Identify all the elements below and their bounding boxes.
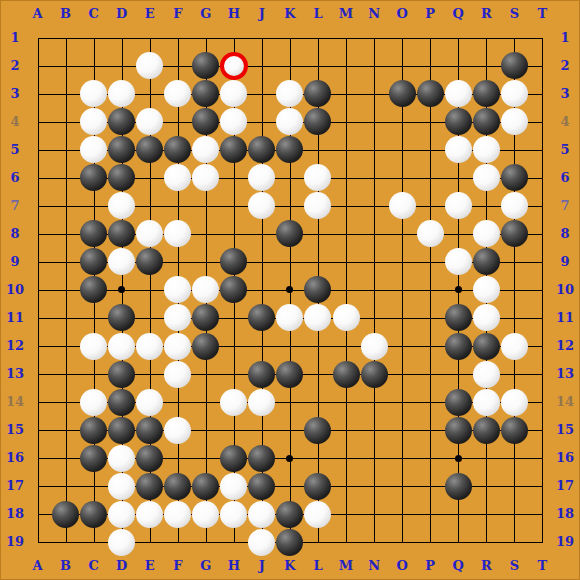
intersection-J7[interactable] — [248, 192, 276, 220]
intersection-H19[interactable] — [220, 528, 248, 556]
intersection-A19[interactable] — [23, 528, 51, 556]
intersection-T7[interactable] — [528, 192, 556, 220]
intersection-F1[interactable] — [164, 23, 192, 51]
intersection-N12[interactable] — [360, 332, 388, 360]
intersection-S8[interactable] — [500, 220, 528, 248]
intersection-M10[interactable] — [332, 276, 360, 304]
intersection-O1[interactable] — [388, 23, 416, 51]
intersection-T15[interactable] — [528, 416, 556, 444]
intersection-G9[interactable] — [192, 248, 220, 276]
intersection-E1[interactable] — [136, 23, 164, 51]
intersection-A8[interactable] — [23, 220, 51, 248]
intersection-N9[interactable] — [360, 248, 388, 276]
intersection-G8[interactable] — [192, 220, 220, 248]
intersection-G15[interactable] — [192, 416, 220, 444]
intersection-D16[interactable] — [108, 444, 136, 472]
intersection-S3[interactable] — [500, 80, 528, 108]
intersection-K2[interactable] — [276, 52, 304, 80]
intersection-C6[interactable] — [80, 164, 108, 192]
intersection-S11[interactable] — [500, 304, 528, 332]
intersection-B17[interactable] — [52, 472, 80, 500]
intersection-J3[interactable] — [248, 80, 276, 108]
intersection-S6[interactable] — [500, 164, 528, 192]
intersection-T12[interactable] — [528, 332, 556, 360]
intersection-Q10[interactable] — [444, 276, 472, 304]
intersection-L6[interactable] — [304, 164, 332, 192]
intersection-A14[interactable] — [23, 388, 51, 416]
intersection-Q2[interactable] — [444, 52, 472, 80]
intersection-J13[interactable] — [248, 360, 276, 388]
intersection-H18[interactable] — [220, 500, 248, 528]
intersection-B12[interactable] — [52, 332, 80, 360]
intersection-N5[interactable] — [360, 136, 388, 164]
intersection-R5[interactable] — [472, 136, 500, 164]
intersection-K6[interactable] — [276, 164, 304, 192]
intersection-R19[interactable] — [472, 528, 500, 556]
intersection-T18[interactable] — [528, 500, 556, 528]
intersection-K7[interactable] — [276, 192, 304, 220]
intersection-L18[interactable] — [304, 500, 332, 528]
intersection-R9[interactable] — [472, 248, 500, 276]
intersection-K16[interactable] — [276, 444, 304, 472]
intersection-F10[interactable] — [164, 276, 192, 304]
intersection-Q13[interactable] — [444, 360, 472, 388]
intersection-D10[interactable] — [108, 276, 136, 304]
intersection-A5[interactable] — [23, 136, 51, 164]
intersection-H2[interactable] — [220, 52, 248, 80]
intersection-O12[interactable] — [388, 332, 416, 360]
intersection-E6[interactable] — [136, 164, 164, 192]
intersection-D11[interactable] — [108, 304, 136, 332]
intersection-N4[interactable] — [360, 108, 388, 136]
intersection-K14[interactable] — [276, 388, 304, 416]
intersection-K12[interactable] — [276, 332, 304, 360]
intersection-L14[interactable] — [304, 388, 332, 416]
intersection-H8[interactable] — [220, 220, 248, 248]
intersection-G5[interactable] — [192, 136, 220, 164]
intersection-K19[interactable] — [276, 528, 304, 556]
intersection-M15[interactable] — [332, 416, 360, 444]
intersection-O16[interactable] — [388, 444, 416, 472]
intersection-C12[interactable] — [80, 332, 108, 360]
intersection-H4[interactable] — [220, 108, 248, 136]
intersection-C18[interactable] — [80, 500, 108, 528]
intersection-D17[interactable] — [108, 472, 136, 500]
intersection-D12[interactable] — [108, 332, 136, 360]
intersection-C10[interactable] — [80, 276, 108, 304]
intersection-T16[interactable] — [528, 444, 556, 472]
intersection-S9[interactable] — [500, 248, 528, 276]
intersection-N3[interactable] — [360, 80, 388, 108]
intersection-O3[interactable] — [388, 80, 416, 108]
intersection-D7[interactable] — [108, 192, 136, 220]
intersection-M8[interactable] — [332, 220, 360, 248]
intersection-S16[interactable] — [500, 444, 528, 472]
intersection-K1[interactable] — [276, 23, 304, 51]
intersection-S12[interactable] — [500, 332, 528, 360]
intersection-S18[interactable] — [500, 500, 528, 528]
intersection-C7[interactable] — [80, 192, 108, 220]
intersection-N6[interactable] — [360, 164, 388, 192]
intersection-T6[interactable] — [528, 164, 556, 192]
intersection-D2[interactable] — [108, 52, 136, 80]
intersection-J15[interactable] — [248, 416, 276, 444]
intersection-P15[interactable] — [416, 416, 444, 444]
intersection-O7[interactable] — [388, 192, 416, 220]
intersection-K8[interactable] — [276, 220, 304, 248]
intersection-D18[interactable] — [108, 500, 136, 528]
intersection-O6[interactable] — [388, 164, 416, 192]
intersection-T8[interactable] — [528, 220, 556, 248]
intersection-A16[interactable] — [23, 444, 51, 472]
intersection-T1[interactable] — [528, 23, 556, 51]
intersection-L16[interactable] — [304, 444, 332, 472]
intersection-M14[interactable] — [332, 388, 360, 416]
intersection-M1[interactable] — [332, 23, 360, 51]
intersection-J17[interactable] — [248, 472, 276, 500]
intersection-E17[interactable] — [136, 472, 164, 500]
intersection-R6[interactable] — [472, 164, 500, 192]
intersection-G2[interactable] — [192, 52, 220, 80]
intersection-J18[interactable] — [248, 500, 276, 528]
intersection-K9[interactable] — [276, 248, 304, 276]
intersection-R17[interactable] — [472, 472, 500, 500]
intersection-T5[interactable] — [528, 136, 556, 164]
intersection-A10[interactable] — [23, 276, 51, 304]
intersection-S14[interactable] — [500, 388, 528, 416]
intersection-F6[interactable] — [164, 164, 192, 192]
intersection-P1[interactable] — [416, 23, 444, 51]
intersection-H16[interactable] — [220, 444, 248, 472]
intersection-L11[interactable] — [304, 304, 332, 332]
intersection-M7[interactable] — [332, 192, 360, 220]
intersection-Q12[interactable] — [444, 332, 472, 360]
intersection-H1[interactable] — [220, 23, 248, 51]
intersection-B11[interactable] — [52, 304, 80, 332]
intersection-M11[interactable] — [332, 304, 360, 332]
intersection-O10[interactable] — [388, 276, 416, 304]
intersection-S1[interactable] — [500, 23, 528, 51]
intersection-J8[interactable] — [248, 220, 276, 248]
intersection-Q18[interactable] — [444, 500, 472, 528]
intersection-A18[interactable] — [23, 500, 51, 528]
intersection-P12[interactable] — [416, 332, 444, 360]
intersection-P5[interactable] — [416, 136, 444, 164]
intersection-L4[interactable] — [304, 108, 332, 136]
intersection-M5[interactable] — [332, 136, 360, 164]
intersection-C14[interactable] — [80, 388, 108, 416]
intersection-F11[interactable] — [164, 304, 192, 332]
intersection-F16[interactable] — [164, 444, 192, 472]
intersection-O15[interactable] — [388, 416, 416, 444]
intersection-F3[interactable] — [164, 80, 192, 108]
intersection-H11[interactable] — [220, 304, 248, 332]
intersection-M2[interactable] — [332, 52, 360, 80]
intersection-B14[interactable] — [52, 388, 80, 416]
intersection-E15[interactable] — [136, 416, 164, 444]
intersection-R4[interactable] — [472, 108, 500, 136]
intersection-T10[interactable] — [528, 276, 556, 304]
intersection-T2[interactable] — [528, 52, 556, 80]
intersection-R16[interactable] — [472, 444, 500, 472]
intersection-D13[interactable] — [108, 360, 136, 388]
intersection-G11[interactable] — [192, 304, 220, 332]
intersection-J4[interactable] — [248, 108, 276, 136]
intersection-K4[interactable] — [276, 108, 304, 136]
intersection-F13[interactable] — [164, 360, 192, 388]
intersection-C9[interactable] — [80, 248, 108, 276]
intersection-C11[interactable] — [80, 304, 108, 332]
intersection-B4[interactable] — [52, 108, 80, 136]
intersection-N14[interactable] — [360, 388, 388, 416]
intersection-T13[interactable] — [528, 360, 556, 388]
intersection-F14[interactable] — [164, 388, 192, 416]
intersection-R11[interactable] — [472, 304, 500, 332]
intersection-R10[interactable] — [472, 276, 500, 304]
intersection-M13[interactable] — [332, 360, 360, 388]
intersection-F17[interactable] — [164, 472, 192, 500]
intersection-H13[interactable] — [220, 360, 248, 388]
intersection-S10[interactable] — [500, 276, 528, 304]
intersection-J9[interactable] — [248, 248, 276, 276]
intersection-E19[interactable] — [136, 528, 164, 556]
intersection-B1[interactable] — [52, 23, 80, 51]
intersection-A4[interactable] — [23, 108, 51, 136]
intersection-H15[interactable] — [220, 416, 248, 444]
intersection-L8[interactable] — [304, 220, 332, 248]
intersection-T4[interactable] — [528, 108, 556, 136]
intersection-E13[interactable] — [136, 360, 164, 388]
intersection-R18[interactable] — [472, 500, 500, 528]
intersection-J1[interactable] — [248, 23, 276, 51]
intersection-C13[interactable] — [80, 360, 108, 388]
intersection-H17[interactable] — [220, 472, 248, 500]
intersection-E16[interactable] — [136, 444, 164, 472]
intersection-J2[interactable] — [248, 52, 276, 80]
intersection-O18[interactable] — [388, 500, 416, 528]
intersection-M4[interactable] — [332, 108, 360, 136]
intersection-Q9[interactable] — [444, 248, 472, 276]
intersection-G1[interactable] — [192, 23, 220, 51]
intersection-S15[interactable] — [500, 416, 528, 444]
intersection-F19[interactable] — [164, 528, 192, 556]
intersection-B10[interactable] — [52, 276, 80, 304]
intersection-R7[interactable] — [472, 192, 500, 220]
intersection-L15[interactable] — [304, 416, 332, 444]
intersection-D3[interactable] — [108, 80, 136, 108]
intersection-Q5[interactable] — [444, 136, 472, 164]
intersection-D15[interactable] — [108, 416, 136, 444]
intersection-N11[interactable] — [360, 304, 388, 332]
intersection-R3[interactable] — [472, 80, 500, 108]
intersection-C16[interactable] — [80, 444, 108, 472]
intersection-A9[interactable] — [23, 248, 51, 276]
intersection-F15[interactable] — [164, 416, 192, 444]
intersection-C4[interactable] — [80, 108, 108, 136]
intersection-C5[interactable] — [80, 136, 108, 164]
intersection-G19[interactable] — [192, 528, 220, 556]
intersection-H10[interactable] — [220, 276, 248, 304]
intersection-L17[interactable] — [304, 472, 332, 500]
intersection-D14[interactable] — [108, 388, 136, 416]
intersection-B13[interactable] — [52, 360, 80, 388]
intersection-D8[interactable] — [108, 220, 136, 248]
intersection-B5[interactable] — [52, 136, 80, 164]
intersection-R2[interactable] — [472, 52, 500, 80]
intersection-A1[interactable] — [23, 23, 51, 51]
intersection-A2[interactable] — [23, 52, 51, 80]
intersection-N10[interactable] — [360, 276, 388, 304]
intersection-F18[interactable] — [164, 500, 192, 528]
intersection-H3[interactable] — [220, 80, 248, 108]
intersection-F8[interactable] — [164, 220, 192, 248]
intersection-H5[interactable] — [220, 136, 248, 164]
intersection-D19[interactable] — [108, 528, 136, 556]
intersection-O14[interactable] — [388, 388, 416, 416]
intersection-L9[interactable] — [304, 248, 332, 276]
intersection-E14[interactable] — [136, 388, 164, 416]
intersection-C3[interactable] — [80, 80, 108, 108]
intersection-T19[interactable] — [528, 528, 556, 556]
intersection-L7[interactable] — [304, 192, 332, 220]
intersection-S7[interactable] — [500, 192, 528, 220]
intersection-E3[interactable] — [136, 80, 164, 108]
intersection-R1[interactable] — [472, 23, 500, 51]
intersection-P8[interactable] — [416, 220, 444, 248]
intersection-K18[interactable] — [276, 500, 304, 528]
intersection-T3[interactable] — [528, 80, 556, 108]
intersection-G13[interactable] — [192, 360, 220, 388]
intersection-A17[interactable] — [23, 472, 51, 500]
intersection-N18[interactable] — [360, 500, 388, 528]
intersection-A6[interactable] — [23, 164, 51, 192]
intersection-A7[interactable] — [23, 192, 51, 220]
intersection-O8[interactable] — [388, 220, 416, 248]
intersection-J12[interactable] — [248, 332, 276, 360]
intersection-K15[interactable] — [276, 416, 304, 444]
intersection-N1[interactable] — [360, 23, 388, 51]
intersection-Q8[interactable] — [444, 220, 472, 248]
intersection-L12[interactable] — [304, 332, 332, 360]
intersection-P16[interactable] — [416, 444, 444, 472]
intersection-G16[interactable] — [192, 444, 220, 472]
intersection-E5[interactable] — [136, 136, 164, 164]
intersection-S5[interactable] — [500, 136, 528, 164]
intersection-N7[interactable] — [360, 192, 388, 220]
intersection-A11[interactable] — [23, 304, 51, 332]
intersection-J11[interactable] — [248, 304, 276, 332]
intersection-P6[interactable] — [416, 164, 444, 192]
intersection-N13[interactable] — [360, 360, 388, 388]
intersection-Q15[interactable] — [444, 416, 472, 444]
intersection-G18[interactable] — [192, 500, 220, 528]
intersection-G17[interactable] — [192, 472, 220, 500]
intersection-N15[interactable] — [360, 416, 388, 444]
intersection-Q19[interactable] — [444, 528, 472, 556]
intersection-R14[interactable] — [472, 388, 500, 416]
intersection-L3[interactable] — [304, 80, 332, 108]
intersection-T14[interactable] — [528, 388, 556, 416]
intersection-K3[interactable] — [276, 80, 304, 108]
intersection-B18[interactable] — [52, 500, 80, 528]
intersection-D6[interactable] — [108, 164, 136, 192]
intersection-M3[interactable] — [332, 80, 360, 108]
intersection-O11[interactable] — [388, 304, 416, 332]
intersection-H9[interactable] — [220, 248, 248, 276]
intersection-Q11[interactable] — [444, 304, 472, 332]
intersection-B8[interactable] — [52, 220, 80, 248]
intersection-H6[interactable] — [220, 164, 248, 192]
intersection-D1[interactable] — [108, 23, 136, 51]
intersection-C8[interactable] — [80, 220, 108, 248]
intersection-L10[interactable] — [304, 276, 332, 304]
intersection-N16[interactable] — [360, 444, 388, 472]
intersection-L1[interactable] — [304, 23, 332, 51]
intersection-S13[interactable] — [500, 360, 528, 388]
intersection-G4[interactable] — [192, 108, 220, 136]
intersection-G3[interactable] — [192, 80, 220, 108]
intersection-R15[interactable] — [472, 416, 500, 444]
intersection-B3[interactable] — [52, 80, 80, 108]
intersection-J10[interactable] — [248, 276, 276, 304]
intersection-A15[interactable] — [23, 416, 51, 444]
intersection-P17[interactable] — [416, 472, 444, 500]
intersection-D9[interactable] — [108, 248, 136, 276]
intersection-R8[interactable] — [472, 220, 500, 248]
intersection-M17[interactable] — [332, 472, 360, 500]
intersection-R12[interactable] — [472, 332, 500, 360]
intersection-S19[interactable] — [500, 528, 528, 556]
intersection-Q3[interactable] — [444, 80, 472, 108]
intersection-L5[interactable] — [304, 136, 332, 164]
intersection-F2[interactable] — [164, 52, 192, 80]
intersection-Q4[interactable] — [444, 108, 472, 136]
intersection-P7[interactable] — [416, 192, 444, 220]
intersection-S17[interactable] — [500, 472, 528, 500]
intersection-B7[interactable] — [52, 192, 80, 220]
intersection-O19[interactable] — [388, 528, 416, 556]
intersection-G7[interactable] — [192, 192, 220, 220]
intersection-B2[interactable] — [52, 52, 80, 80]
intersection-N2[interactable] — [360, 52, 388, 80]
intersection-S2[interactable] — [500, 52, 528, 80]
intersection-M16[interactable] — [332, 444, 360, 472]
intersection-K11[interactable] — [276, 304, 304, 332]
intersection-A12[interactable] — [23, 332, 51, 360]
intersection-Q7[interactable] — [444, 192, 472, 220]
intersection-K10[interactable] — [276, 276, 304, 304]
intersection-C2[interactable] — [80, 52, 108, 80]
intersection-E10[interactable] — [136, 276, 164, 304]
intersection-C1[interactable] — [80, 23, 108, 51]
intersection-A13[interactable] — [23, 360, 51, 388]
intersection-F7[interactable] — [164, 192, 192, 220]
intersection-C17[interactable] — [80, 472, 108, 500]
intersection-B19[interactable] — [52, 528, 80, 556]
intersection-E9[interactable] — [136, 248, 164, 276]
intersection-C19[interactable] — [80, 528, 108, 556]
intersection-M9[interactable] — [332, 248, 360, 276]
intersection-H7[interactable] — [220, 192, 248, 220]
intersection-T11[interactable] — [528, 304, 556, 332]
intersection-F12[interactable] — [164, 332, 192, 360]
intersection-E2[interactable] — [136, 52, 164, 80]
intersection-L13[interactable] — [304, 360, 332, 388]
intersection-P18[interactable] — [416, 500, 444, 528]
intersection-Q14[interactable] — [444, 388, 472, 416]
intersection-P2[interactable] — [416, 52, 444, 80]
intersection-J19[interactable] — [248, 528, 276, 556]
